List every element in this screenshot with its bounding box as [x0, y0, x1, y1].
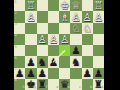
coord-rank-3: 3: [15, 23, 17, 27]
piece-white-pawn-b2[interactable]: ♙: [82, 11, 93, 22]
square-d8[interactable]: ♛d: [59, 79, 70, 90]
chess-board[interactable]: 1♖♔♕♖2♙♗♙♙♙3♘♘4♙♙♙5♟6♟♞♟♞♟7♟♟♟♟8h♚g♜fe♛d…: [14, 0, 104, 90]
square-g3[interactable]: [25, 23, 36, 34]
square-h4[interactable]: 4: [14, 34, 25, 45]
square-e8[interactable]: e: [48, 79, 59, 90]
piece-white-queen-c1[interactable]: ♕: [70, 0, 81, 11]
piece-black-pawn-g6[interactable]: ♟: [25, 56, 36, 67]
piece-white-pawn-e4[interactable]: ♙: [48, 34, 59, 45]
square-c2[interactable]: ♙: [70, 11, 81, 22]
piece-black-knight-f6[interactable]: ♞: [37, 56, 48, 67]
piece-black-rook-a8[interactable]: ♜: [93, 79, 104, 90]
piece-white-pawn-a2[interactable]: ♙: [93, 11, 104, 22]
square-e3[interactable]: [48, 23, 59, 34]
square-f5[interactable]: [37, 45, 48, 56]
square-e6[interactable]: ♟: [48, 56, 59, 67]
piece-black-pawn-a7[interactable]: ♟: [93, 68, 104, 79]
coord-rank-4: 4: [15, 34, 17, 38]
video-frame: 1♖♔♕♖2♙♗♙♙♙3♘♘4♙♙♙5♟6♟♞♟♞♟7♟♟♟♟8h♚g♜fe♛d…: [0, 0, 120, 90]
square-b5[interactable]: [82, 45, 93, 56]
piece-black-pawn-f7[interactable]: ♟: [37, 68, 48, 79]
square-d3[interactable]: [59, 23, 70, 34]
square-e7[interactable]: [48, 68, 59, 79]
piece-black-pawn-b7[interactable]: ♟: [82, 68, 93, 79]
square-f6[interactable]: ♞: [37, 56, 48, 67]
coord-rank-1: 1: [15, 1, 17, 5]
square-b8[interactable]: b: [82, 79, 93, 90]
square-e5[interactable]: [48, 45, 59, 56]
square-g6[interactable]: ♟: [25, 56, 36, 67]
piece-black-rook-f8[interactable]: ♜: [37, 79, 48, 90]
piece-black-pawn-c5[interactable]: ♟: [70, 45, 81, 56]
square-a6[interactable]: [93, 56, 104, 67]
coord-rank-8: 8: [15, 79, 17, 83]
coord-rank-2: 2: [15, 12, 17, 16]
square-a1[interactable]: ♖: [93, 0, 104, 11]
square-b2[interactable]: ♙: [82, 11, 93, 22]
square-a5[interactable]: [93, 45, 104, 56]
square-c5[interactable]: ♟: [70, 45, 81, 56]
square-c6[interactable]: ♞: [70, 56, 81, 67]
square-f4[interactable]: ♙: [37, 34, 48, 45]
piece-black-pawn-h7[interactable]: ♟: [14, 68, 25, 79]
letterbox-left: [0, 0, 14, 90]
piece-white-pawn-f4[interactable]: ♙: [37, 34, 48, 45]
square-h6[interactable]: 6: [14, 56, 25, 67]
square-g1[interactable]: ♖: [25, 0, 36, 11]
square-b4[interactable]: [82, 34, 93, 45]
square-a4[interactable]: [93, 34, 104, 45]
square-h5[interactable]: 5: [14, 45, 25, 56]
piece-black-pawn-e6[interactable]: ♟: [48, 56, 59, 67]
piece-white-pawn-d4[interactable]: ♙: [59, 34, 70, 45]
square-b6[interactable]: [82, 56, 93, 67]
square-b1[interactable]: [82, 0, 93, 11]
square-d7[interactable]: [59, 68, 70, 79]
piece-white-bishop-d2[interactable]: ♗: [59, 11, 70, 22]
square-h8[interactable]: 8h: [14, 79, 25, 90]
piece-white-rook-g1[interactable]: ♖: [25, 0, 36, 11]
square-c8[interactable]: c: [70, 79, 81, 90]
square-d4[interactable]: ♙: [59, 34, 70, 45]
square-c7[interactable]: [70, 68, 81, 79]
square-b3[interactable]: ♘: [82, 23, 93, 34]
piece-white-king-d1[interactable]: ♔: [59, 0, 70, 11]
square-g2[interactable]: ♙: [25, 11, 36, 22]
square-h7[interactable]: ♟7: [14, 68, 25, 79]
square-h1[interactable]: 1: [14, 0, 25, 11]
square-a8[interactable]: ♜a: [93, 79, 104, 90]
square-g4[interactable]: [25, 34, 36, 45]
square-c3[interactable]: ♘: [70, 23, 81, 34]
piece-white-pawn-g2[interactable]: ♙: [25, 11, 36, 22]
square-e1[interactable]: [48, 0, 59, 11]
square-f8[interactable]: ♜f: [37, 79, 48, 90]
piece-black-queen-d8[interactable]: ♛: [59, 79, 70, 90]
piece-black-king-g8[interactable]: ♚: [25, 79, 36, 90]
square-f3[interactable]: [37, 23, 48, 34]
square-d6[interactable]: [59, 56, 70, 67]
square-c1[interactable]: ♕: [70, 0, 81, 11]
coord-rank-6: 6: [15, 57, 17, 61]
piece-black-knight-c6[interactable]: ♞: [70, 56, 81, 67]
square-d2[interactable]: ♗: [59, 11, 70, 22]
square-f2[interactable]: [37, 11, 48, 22]
square-f7[interactable]: ♟: [37, 68, 48, 79]
piece-black-pawn-g7[interactable]: ♟: [25, 68, 36, 79]
square-g7[interactable]: ♟: [25, 68, 36, 79]
square-d5[interactable]: [59, 45, 70, 56]
square-c4[interactable]: [70, 34, 81, 45]
coord-rank-5: 5: [15, 46, 17, 50]
square-a7[interactable]: ♟: [93, 68, 104, 79]
piece-white-knight-c3[interactable]: ♘: [70, 23, 81, 34]
square-e2[interactable]: [48, 11, 59, 22]
square-e4[interactable]: ♙: [48, 34, 59, 45]
letterbox-right: [104, 0, 120, 90]
piece-white-rook-a1[interactable]: ♖: [93, 0, 104, 11]
piece-white-pawn-c2[interactable]: ♙: [70, 11, 81, 22]
square-g8[interactable]: ♚g: [25, 79, 36, 90]
square-h2[interactable]: 2: [14, 11, 25, 22]
square-f1[interactable]: [37, 0, 48, 11]
square-a3[interactable]: [93, 23, 104, 34]
square-b7[interactable]: ♟: [82, 68, 93, 79]
square-d1[interactable]: ♔: [59, 0, 70, 11]
square-g5[interactable]: [25, 45, 36, 56]
piece-white-knight-b3[interactable]: ♘: [82, 23, 93, 34]
square-a2[interactable]: ♙: [93, 11, 104, 22]
square-h3[interactable]: 3: [14, 23, 25, 34]
